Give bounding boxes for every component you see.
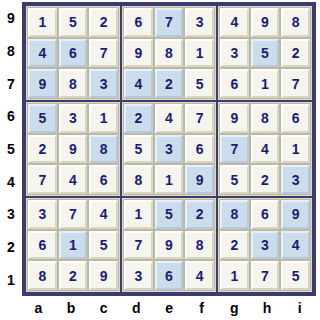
cell-b7[interactable]: 8 — [59, 69, 88, 98]
col-labels: abcdefghi — [22, 297, 316, 318]
col-label-a: a — [22, 297, 55, 318]
cell-b6[interactable]: 3 — [59, 104, 88, 133]
cell-d5[interactable]: 5 — [124, 135, 153, 164]
cell-f5[interactable]: 6 — [185, 135, 214, 164]
cell-b9[interactable]: 5 — [59, 8, 88, 37]
cell-e1[interactable]: 6 — [155, 261, 184, 290]
cell-c6[interactable]: 1 — [89, 104, 118, 133]
cell-i2[interactable]: 4 — [281, 231, 310, 260]
cell-a6[interactable]: 5 — [28, 104, 57, 133]
col-label-c: c — [87, 297, 120, 318]
cell-i9[interactable]: 8 — [281, 8, 310, 37]
cell-a5[interactable]: 2 — [28, 135, 57, 164]
row-label-9: 9 — [0, 2, 22, 35]
cell-e9[interactable]: 7 — [155, 8, 184, 37]
cell-i7[interactable]: 7 — [281, 69, 310, 98]
cell-g4[interactable]: 5 — [220, 165, 249, 194]
cell-a7[interactable]: 9 — [28, 69, 57, 98]
cell-d8[interactable]: 9 — [124, 39, 153, 68]
col-label-e: e — [153, 297, 186, 318]
cell-b5[interactable]: 9 — [59, 135, 88, 164]
cell-c5[interactable]: 8 — [89, 135, 118, 164]
cell-d1[interactable]: 3 — [124, 261, 153, 290]
cell-b8[interactable]: 6 — [59, 39, 88, 68]
box-9: 869234175 — [218, 198, 312, 292]
cell-c1[interactable]: 9 — [89, 261, 118, 290]
cell-a3[interactable]: 3 — [28, 200, 57, 229]
cell-e8[interactable]: 8 — [155, 39, 184, 68]
cell-g9[interactable]: 4 — [220, 8, 249, 37]
cell-c8[interactable]: 7 — [89, 39, 118, 68]
cell-h1[interactable]: 7 — [251, 261, 280, 290]
col-label-h: h — [251, 297, 284, 318]
cell-d6[interactable]: 2 — [124, 104, 153, 133]
cell-f2[interactable]: 8 — [185, 231, 214, 260]
cell-g1[interactable]: 1 — [220, 261, 249, 290]
cell-h4[interactable]: 2 — [251, 165, 280, 194]
cell-a2[interactable]: 6 — [28, 231, 57, 260]
cell-h8[interactable]: 5 — [251, 39, 280, 68]
box-7: 374615829 — [26, 198, 120, 292]
cell-a8[interactable]: 4 — [28, 39, 57, 68]
cell-d2[interactable]: 7 — [124, 231, 153, 260]
row-label-4: 4 — [0, 165, 22, 198]
row-label-6: 6 — [0, 100, 22, 133]
cell-e6[interactable]: 4 — [155, 104, 184, 133]
row-label-3: 3 — [0, 198, 22, 231]
row-label-5: 5 — [0, 133, 22, 166]
box-5: 247536819 — [122, 102, 216, 196]
cell-e3[interactable]: 5 — [155, 200, 184, 229]
cell-i5[interactable]: 1 — [281, 135, 310, 164]
cell-b2[interactable]: 1 — [59, 231, 88, 260]
cell-c7[interactable]: 3 — [89, 69, 118, 98]
col-label-g: g — [218, 297, 251, 318]
cell-h9[interactable]: 9 — [251, 8, 280, 37]
cell-i3[interactable]: 9 — [281, 200, 310, 229]
col-label-i: i — [283, 297, 316, 318]
cell-a4[interactable]: 7 — [28, 165, 57, 194]
cell-i1[interactable]: 5 — [281, 261, 310, 290]
cell-c3[interactable]: 4 — [89, 200, 118, 229]
cell-f9[interactable]: 3 — [185, 8, 214, 37]
cell-i4[interactable]: 3 — [281, 165, 310, 194]
cell-c4[interactable]: 6 — [89, 165, 118, 194]
box-6: 986741523 — [218, 102, 312, 196]
cell-a1[interactable]: 8 — [28, 261, 57, 290]
cell-h2[interactable]: 3 — [251, 231, 280, 260]
cell-h7[interactable]: 1 — [251, 69, 280, 98]
cell-d3[interactable]: 1 — [124, 200, 153, 229]
cell-g7[interactable]: 6 — [220, 69, 249, 98]
cell-b3[interactable]: 7 — [59, 200, 88, 229]
cell-a9[interactable]: 1 — [28, 8, 57, 37]
cell-b4[interactable]: 4 — [59, 165, 88, 194]
cell-i8[interactable]: 2 — [281, 39, 310, 68]
cell-f3[interactable]: 2 — [185, 200, 214, 229]
cell-h5[interactable]: 4 — [251, 135, 280, 164]
cell-c9[interactable]: 2 — [89, 8, 118, 37]
cell-g2[interactable]: 2 — [220, 231, 249, 260]
cell-d4[interactable]: 8 — [124, 165, 153, 194]
box-8: 152798364 — [122, 198, 216, 292]
cell-f1[interactable]: 4 — [185, 261, 214, 290]
col-label-f: f — [185, 297, 218, 318]
cell-e7[interactable]: 2 — [155, 69, 184, 98]
cell-h6[interactable]: 8 — [251, 104, 280, 133]
cell-e2[interactable]: 9 — [155, 231, 184, 260]
col-label-d: d — [120, 297, 153, 318]
box-3: 498352617 — [218, 6, 312, 100]
cell-e4[interactable]: 1 — [155, 165, 184, 194]
cell-f8[interactable]: 1 — [185, 39, 214, 68]
cell-h3[interactable]: 6 — [251, 200, 280, 229]
cell-g5[interactable]: 7 — [220, 135, 249, 164]
sudoku-board: 1524679836739814254983526175312987462475… — [22, 2, 316, 296]
cell-i6[interactable]: 6 — [281, 104, 310, 133]
cell-f7[interactable]: 5 — [185, 69, 214, 98]
box-2: 673981425 — [122, 6, 216, 100]
box-1: 152467983 — [26, 6, 120, 100]
row-label-8: 8 — [0, 35, 22, 68]
cell-e5[interactable]: 3 — [155, 135, 184, 164]
box-4: 531298746 — [26, 102, 120, 196]
cell-g3[interactable]: 8 — [220, 200, 249, 229]
row-label-2: 2 — [0, 231, 22, 264]
row-label-1: 1 — [0, 263, 22, 296]
cell-f4[interactable]: 9 — [185, 165, 214, 194]
row-label-7: 7 — [0, 67, 22, 100]
cell-b1[interactable]: 2 — [59, 261, 88, 290]
cell-f6[interactable]: 7 — [185, 104, 214, 133]
col-label-b: b — [55, 297, 88, 318]
cell-d9[interactable]: 6 — [124, 8, 153, 37]
sudoku-app: 987654321 152467983673981425498352617531… — [0, 0, 320, 320]
cell-g8[interactable]: 3 — [220, 39, 249, 68]
cell-c2[interactable]: 5 — [89, 231, 118, 260]
cell-g6[interactable]: 9 — [220, 104, 249, 133]
cell-d7[interactable]: 4 — [124, 69, 153, 98]
row-labels: 987654321 — [0, 2, 22, 296]
